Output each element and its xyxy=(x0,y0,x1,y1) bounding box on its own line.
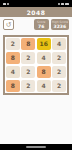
controls-row: ↺ Score 76 High Score 3236 xyxy=(0,17,72,32)
status-bar xyxy=(0,0,72,7)
tile-r4c4: 2 xyxy=(52,80,66,92)
tile-r1c3: 16 xyxy=(37,38,51,50)
battery-icon xyxy=(65,3,69,5)
phone-screen: 2048 ↺ Score 76 High Score 3236 28164824… xyxy=(0,0,72,150)
home-indicator[interactable] xyxy=(26,146,46,148)
tile-r4c2: 2 xyxy=(21,80,35,92)
tile-r4c3: 4 xyxy=(37,80,51,92)
tile-r3c2: 2 xyxy=(21,66,35,78)
tile-r1c1: 2 xyxy=(6,38,20,50)
tile-r1c4: 4 xyxy=(52,38,66,50)
restart-icon: ↺ xyxy=(6,21,12,28)
tile-r2c1: 8 xyxy=(6,52,20,64)
tile-r2c3: 4 xyxy=(37,52,51,64)
wifi-icon xyxy=(61,3,64,5)
status-left-icons xyxy=(3,3,9,5)
title-bar: 2048 xyxy=(0,7,72,17)
best-score-box: High Score 3236 xyxy=(51,19,69,30)
tile-r4c1: 8 xyxy=(6,80,20,92)
board[interactable]: 28164824242828242 xyxy=(3,35,69,95)
notification-dot-icon xyxy=(7,3,9,5)
bottom-nav-bar xyxy=(0,144,72,150)
tile-r2c2: 2 xyxy=(21,52,35,64)
score-value: 76 xyxy=(38,24,44,29)
tile-r3c4: 2 xyxy=(52,66,66,78)
tile-r3c3: 8 xyxy=(37,66,51,78)
carrier-glyph-icon xyxy=(3,3,6,5)
restart-button[interactable]: ↺ xyxy=(3,19,14,30)
score-box: Score 76 xyxy=(34,19,49,30)
tile-r2c4: 2 xyxy=(52,52,66,64)
app-title: 2048 xyxy=(27,9,46,16)
best-score-value: 3236 xyxy=(54,24,67,29)
tile-r1c2: 8 xyxy=(21,38,35,50)
signal-icon xyxy=(58,3,60,5)
status-right-icons xyxy=(58,3,69,5)
tile-r3c1: 4 xyxy=(6,66,20,78)
score-boxes: Score 76 High Score 3236 xyxy=(34,19,69,30)
